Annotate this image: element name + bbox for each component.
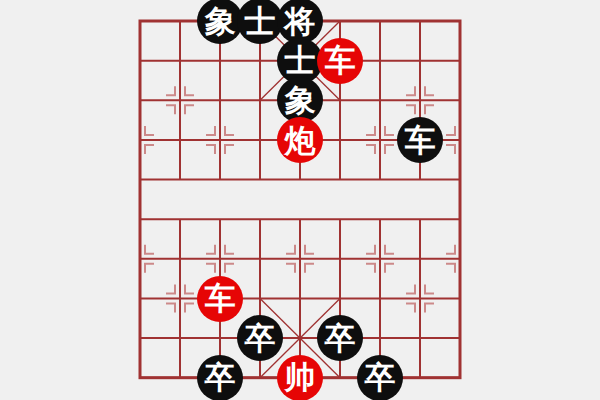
piece-red-chariot[interactable]: 车 xyxy=(317,38,363,84)
piece-black-soldier[interactable]: 卒 xyxy=(237,315,283,361)
piece-red-general[interactable]: 帅 xyxy=(277,355,323,400)
piece-black-soldier[interactable]: 卒 xyxy=(197,355,243,400)
piece-black-soldier[interactable]: 卒 xyxy=(317,315,363,361)
piece-red-cannon[interactable]: 炮 xyxy=(277,117,323,163)
xiangqi-app-canvas: 象士将士车象炮车车卒卒卒帅卒 xyxy=(0,0,600,400)
piece-red-chariot[interactable]: 车 xyxy=(197,276,243,322)
piece-layer: 象士将士车象炮车车卒卒卒帅卒 xyxy=(120,1,480,397)
piece-black-chariot[interactable]: 车 xyxy=(397,117,443,163)
piece-black-soldier[interactable]: 卒 xyxy=(357,355,403,400)
